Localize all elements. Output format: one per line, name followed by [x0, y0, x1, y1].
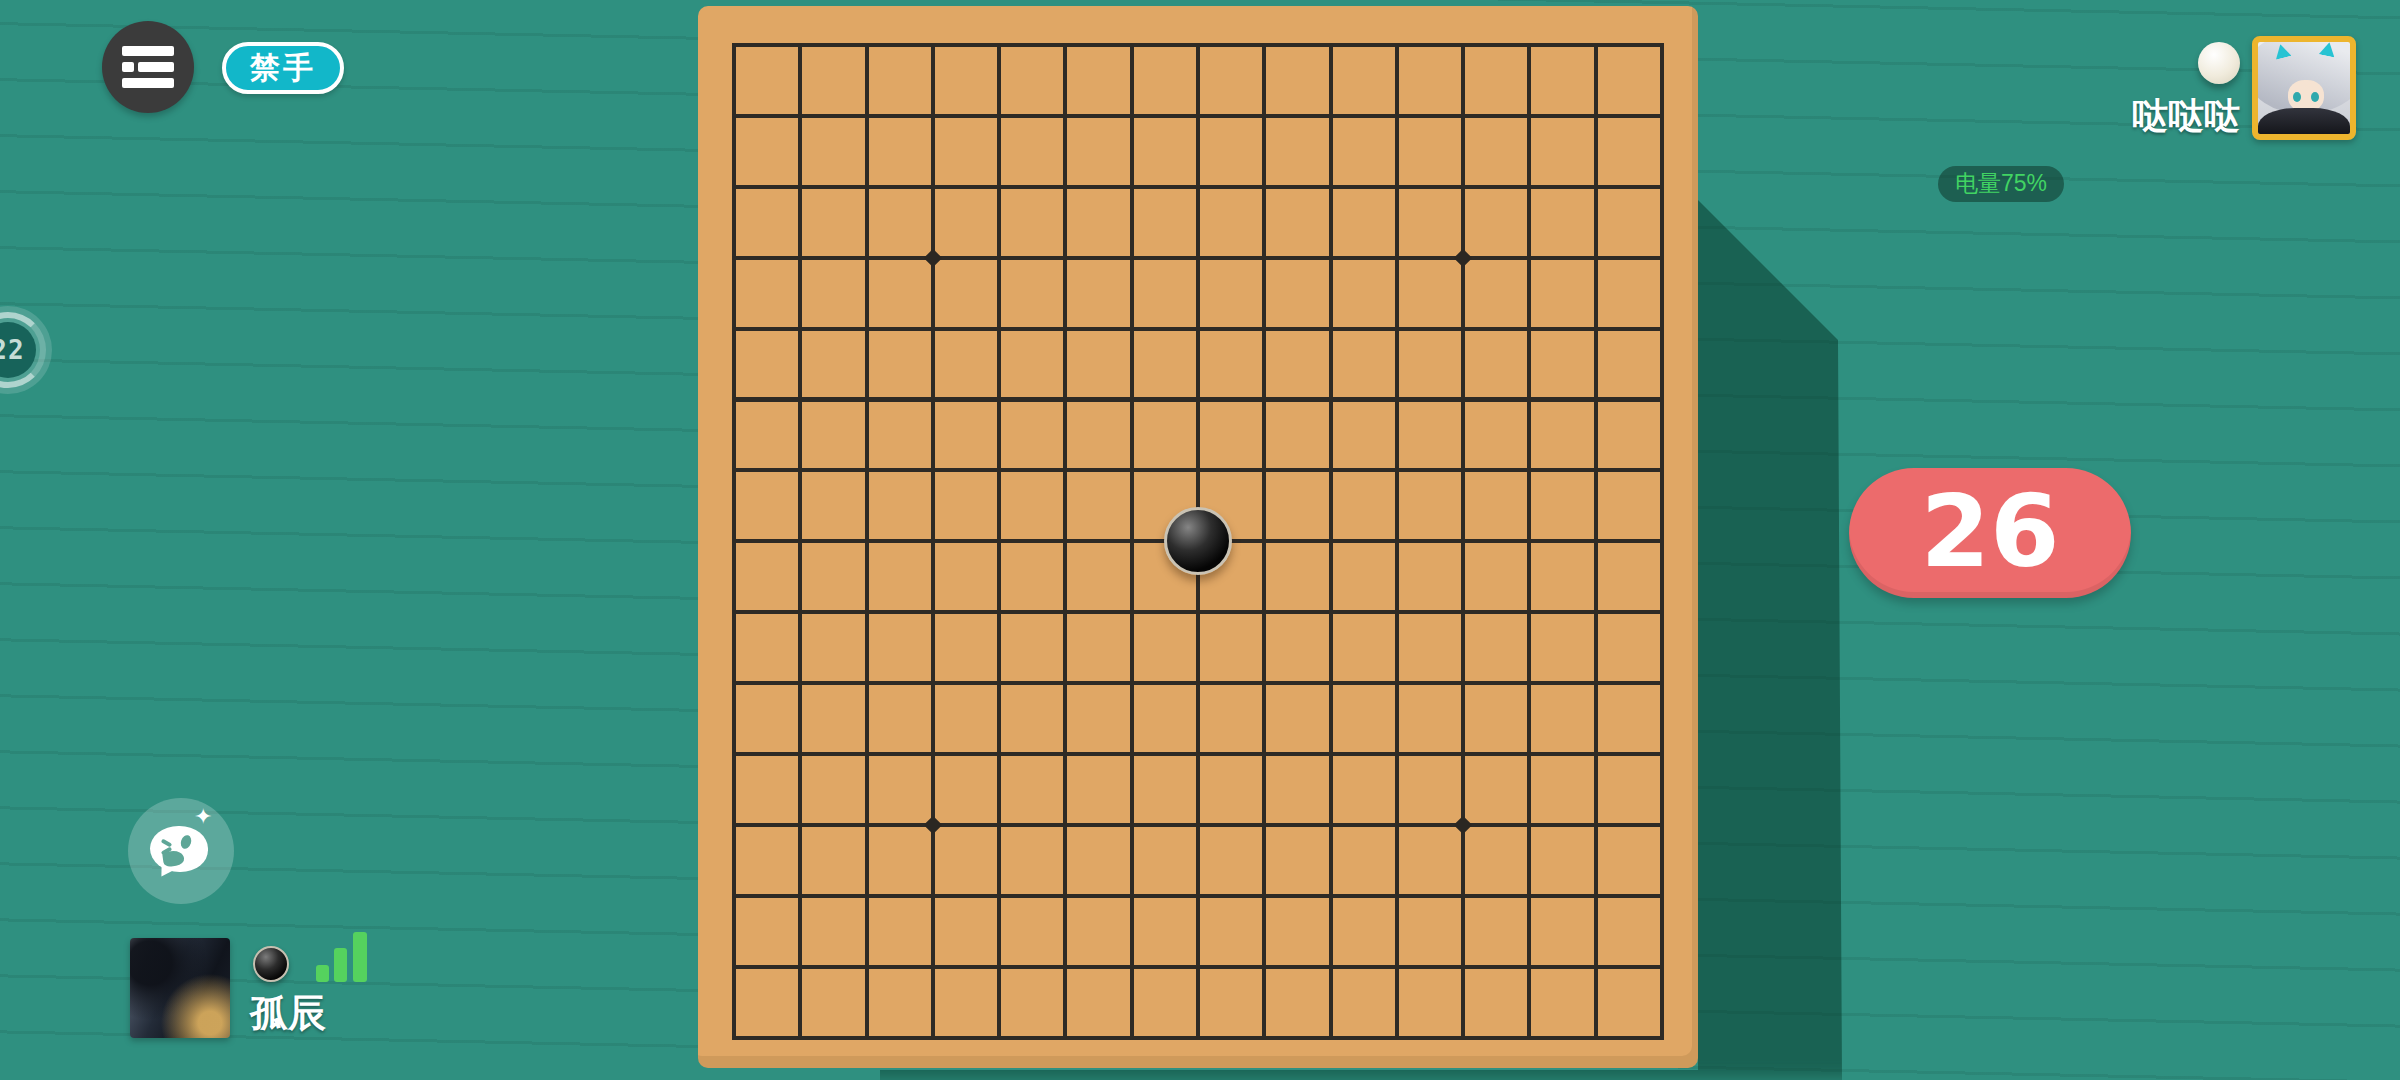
menu-bar-square — [122, 62, 134, 72]
black-stone — [1164, 507, 1232, 575]
menu-bar-split — [122, 62, 174, 72]
laugh-mouth-icon — [162, 850, 185, 868]
menu-bar — [122, 78, 174, 88]
move-timer-pill: 26 — [1849, 468, 2131, 598]
avatar-jacket — [2258, 108, 2350, 134]
wink-eye-icon — [161, 839, 173, 848]
bottom-player-avatar[interactable] — [130, 938, 230, 1038]
chat-button[interactable]: ✦ — [128, 798, 234, 904]
menu-button[interactable] — [102, 21, 194, 113]
black-stone-icon — [253, 946, 289, 982]
edge-timer-badge: 22 — [0, 306, 52, 394]
battery-badge: 电量75% — [1938, 166, 2064, 202]
top-player-name: 哒哒哒 — [2040, 92, 2240, 141]
avatar-eye — [2311, 92, 2319, 102]
round-eye-icon — [179, 834, 193, 850]
white-stone-icon — [2198, 42, 2240, 84]
signal-strength-icon — [316, 932, 374, 982]
bottom-player-name: 孤辰 — [250, 988, 326, 1039]
game-screen: { "game": "gomoku", "position": { "board… — [0, 0, 2400, 1080]
avatar-eye — [2293, 92, 2301, 102]
menu-bar-line — [138, 62, 174, 72]
chat-bubble-icon — [150, 826, 208, 872]
hamburger-menu-icon — [122, 46, 174, 94]
top-player-avatar[interactable] — [2252, 36, 2356, 140]
forbidden-move-rule-button[interactable]: 禁手 — [222, 42, 344, 94]
sparkle-icon: ✦ — [194, 806, 212, 828]
menu-bar — [122, 46, 174, 56]
gomoku-board[interactable] — [698, 6, 1698, 1068]
